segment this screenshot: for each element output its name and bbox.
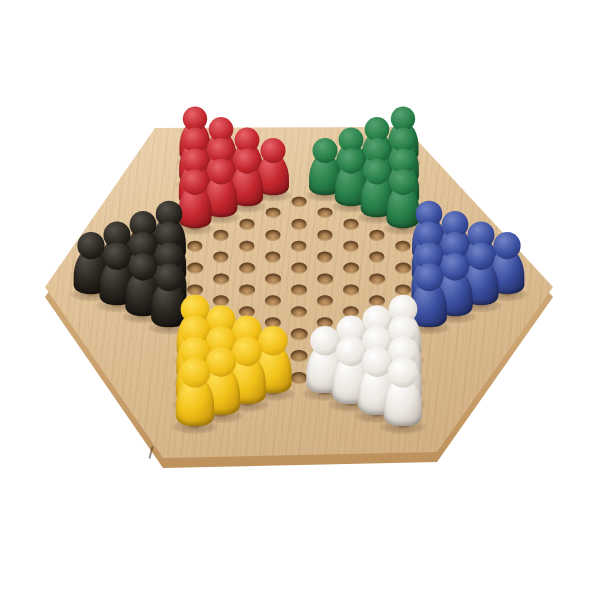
hole[interactable] <box>343 263 359 274</box>
hole[interactable] <box>265 230 280 241</box>
hole[interactable] <box>239 219 254 230</box>
hole[interactable] <box>317 273 333 284</box>
hole[interactable] <box>213 252 228 263</box>
hole[interactable] <box>291 350 308 362</box>
peg-head <box>208 159 234 185</box>
hole[interactable] <box>291 263 307 274</box>
hole[interactable] <box>395 263 411 274</box>
hole[interactable] <box>213 230 228 241</box>
hole[interactable] <box>187 241 202 252</box>
peg-head <box>103 242 131 270</box>
hole[interactable] <box>395 241 410 252</box>
hole[interactable] <box>369 230 384 241</box>
hole[interactable] <box>265 252 280 263</box>
peg-head <box>77 232 104 259</box>
hole[interactable] <box>317 230 332 241</box>
hole[interactable] <box>291 241 306 252</box>
peg-head <box>467 242 495 270</box>
peg-head <box>312 138 337 163</box>
peg-head <box>364 159 390 185</box>
product-photo-canvas <box>0 0 600 600</box>
hole[interactable] <box>343 284 359 295</box>
hole[interactable] <box>239 263 255 274</box>
hole[interactable] <box>369 252 384 263</box>
peg-head <box>180 357 210 387</box>
peg-head <box>390 169 416 195</box>
hole[interactable] <box>291 328 308 340</box>
peg-head <box>260 138 285 163</box>
peg-head <box>232 337 262 367</box>
peg-head <box>388 357 418 387</box>
peg-head <box>415 263 443 291</box>
peg-head <box>338 148 363 173</box>
peg-head <box>234 148 259 173</box>
hole[interactable] <box>239 284 255 295</box>
peg-head <box>206 347 236 377</box>
peg-head <box>441 253 469 281</box>
hole[interactable] <box>265 273 281 284</box>
hole[interactable] <box>343 241 358 252</box>
peg-head <box>182 169 208 195</box>
hole[interactable] <box>317 252 332 263</box>
hole[interactable] <box>292 197 307 207</box>
hole[interactable] <box>369 273 385 284</box>
hole[interactable] <box>187 263 203 274</box>
peg-head <box>258 326 287 355</box>
hole[interactable] <box>291 284 307 295</box>
peg-head <box>129 253 157 281</box>
hole[interactable] <box>291 219 306 230</box>
hole[interactable] <box>213 273 229 284</box>
hole[interactable] <box>343 219 358 230</box>
hole[interactable] <box>239 241 254 252</box>
peg-head <box>155 263 183 291</box>
peg-head <box>493 232 520 259</box>
